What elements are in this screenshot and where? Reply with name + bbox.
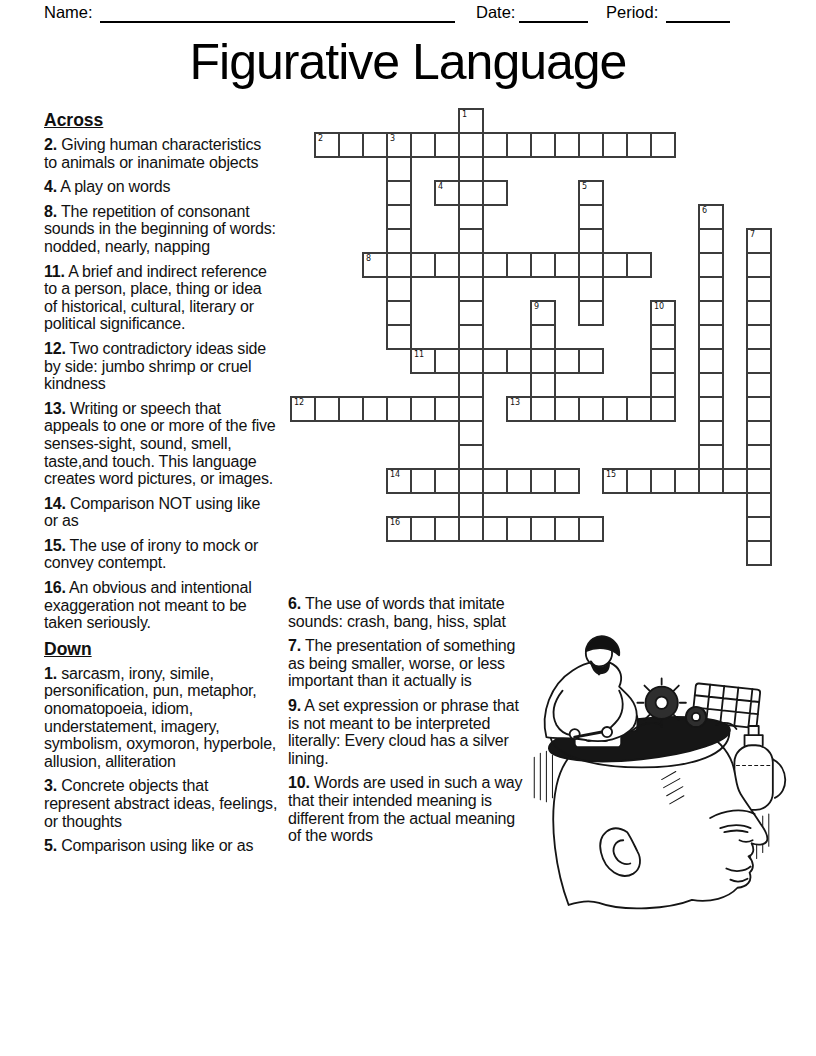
clue-across-8: 8. The repetition of consonant sounds in… — [44, 203, 278, 256]
grid-cell-r12c6[interactable] — [434, 396, 460, 422]
grid-cell-r1c1[interactable]: 2 — [314, 132, 340, 158]
grid-cell-r2c4[interactable] — [386, 156, 412, 182]
name-label: Name: — [44, 3, 93, 22]
grid-cell-r3c7[interactable] — [458, 180, 484, 206]
grid-cell-r15c10[interactable] — [530, 468, 556, 494]
grid-cell-r6c14[interactable] — [626, 252, 652, 278]
name-input-line[interactable] — [100, 7, 455, 23]
grid-cell-r9c19[interactable] — [746, 324, 772, 350]
grid-cell-r12c15[interactable] — [650, 396, 676, 422]
grid-cell-r4c7[interactable] — [458, 204, 484, 230]
grid-cell-r17c11[interactable] — [554, 516, 580, 542]
clue-down-10: 10. Words are used in such a way that th… — [288, 774, 526, 844]
grid-cell-r18c19[interactable] — [746, 540, 772, 566]
grid-cell-r12c3[interactable] — [362, 396, 388, 422]
grid-cell-r12c4[interactable] — [386, 396, 412, 422]
cell-number-8: 8 — [366, 254, 371, 263]
down-clues-col2: 6. The use of words that imitate sounds:… — [288, 595, 526, 845]
grid-cell-r15c9[interactable] — [506, 468, 532, 494]
grid-cell-r15c5[interactable] — [410, 468, 436, 494]
grid-cell-r10c6[interactable] — [434, 348, 460, 374]
grid-cell-r12c11[interactable] — [554, 396, 580, 422]
grid-cell-r7c12[interactable] — [578, 276, 604, 302]
clue-across-12: 12. Two contradictory ideas side by side… — [44, 340, 278, 393]
cell-number-4: 4 — [438, 182, 443, 191]
cell-number-2: 2 — [318, 134, 323, 143]
grid-cell-r15c18[interactable] — [722, 468, 748, 494]
grid-cell-r12c19[interactable] — [746, 396, 772, 422]
grid-cell-r14c17[interactable] — [698, 444, 724, 470]
clue-across-4: 4. A play on words — [44, 178, 278, 196]
grid-cell-r7c17[interactable] — [698, 276, 724, 302]
clue-down-7: 7. The presentation of something as bein… — [288, 637, 526, 690]
clue-across-2: 2. Giving human characteristics to anima… — [44, 136, 278, 171]
grid-cell-r10c11[interactable] — [554, 348, 580, 374]
grid-cell-r12c9[interactable]: 13 — [506, 396, 532, 422]
grid-cell-r1c12[interactable] — [578, 132, 604, 158]
grid-cell-r1c10[interactable] — [530, 132, 556, 158]
grid-cell-r10c7[interactable] — [458, 348, 484, 374]
cell-number-1: 1 — [462, 110, 467, 119]
clue-across-16: 16. An obvious and intentional exaggerat… — [44, 579, 278, 632]
cell-number-5: 5 — [582, 182, 587, 191]
grid-cell-r6c8[interactable] — [482, 252, 508, 278]
cell-number-13: 13 — [510, 398, 520, 407]
grid-cell-r6c6[interactable] — [434, 252, 460, 278]
grid-cell-r1c5[interactable] — [410, 132, 436, 158]
cell-number-6: 6 — [702, 206, 707, 215]
across-clues: 2. Giving human characteristics to anima… — [44, 136, 278, 632]
down-clues-col1: 1. sarcasm, irony, simile, personificati… — [44, 665, 278, 855]
grid-cell-r1c2[interactable] — [338, 132, 364, 158]
grid-cell-r10c9[interactable] — [506, 348, 532, 374]
grid-cell-r1c4[interactable]: 3 — [386, 132, 412, 158]
grid-cell-r12c1[interactable] — [314, 396, 340, 422]
cell-number-9: 9 — [534, 302, 539, 311]
cell-number-12: 12 — [294, 398, 304, 407]
grid-cell-r8c10[interactable]: 9 — [530, 300, 556, 326]
cell-number-15: 15 — [606, 470, 616, 479]
clue-down-3: 3. Concrete objects that represent abstr… — [44, 777, 278, 830]
grid-cell-r12c17[interactable] — [698, 396, 724, 422]
grid-cell-r5c7[interactable] — [458, 228, 484, 254]
grid-cell-r1c9[interactable] — [506, 132, 532, 158]
down-heading: Down — [44, 639, 278, 659]
period-input-line[interactable] — [666, 7, 730, 23]
grid-cell-r15c17[interactable] — [698, 468, 724, 494]
grid-cell-r1c8[interactable] — [482, 132, 508, 158]
grid-cell-r10c10[interactable] — [530, 348, 556, 374]
grid-cell-r1c3[interactable] — [362, 132, 388, 158]
grid-cell-r6c12[interactable] — [578, 252, 604, 278]
cell-number-10: 10 — [654, 302, 664, 311]
grid-cell-r10c12[interactable] — [578, 348, 604, 374]
grid-cell-r16c7[interactable] — [458, 492, 484, 518]
grid-cell-r9c17[interactable] — [698, 324, 724, 350]
grid-cell-r12c7[interactable] — [458, 396, 484, 422]
across-heading: Across — [44, 110, 278, 130]
grid-cell-r10c5[interactable]: 11 — [410, 348, 436, 374]
grid-cell-r2c7[interactable] — [458, 156, 484, 182]
grid-cell-r12c12[interactable] — [578, 396, 604, 422]
grid-cell-r12c2[interactable] — [338, 396, 364, 422]
grid-cell-r14c19[interactable] — [746, 444, 772, 470]
grid-cell-r11c19[interactable] — [746, 372, 772, 398]
grid-cell-r4c4[interactable] — [386, 204, 412, 230]
grid-cell-r6c17[interactable] — [698, 252, 724, 278]
clues-column-1: Across 2. Giving human characteristics t… — [44, 110, 278, 862]
grid-cell-r9c10[interactable] — [530, 324, 556, 350]
grid-cell-r10c19[interactable] — [746, 348, 772, 374]
grid-cell-r15c4[interactable]: 14 — [386, 468, 412, 494]
grid-cell-r10c8[interactable] — [482, 348, 508, 374]
clue-across-15: 15. The use of irony to mock or convey c… — [44, 537, 278, 572]
grid-cell-r7c4[interactable] — [386, 276, 412, 302]
grid-cell-r15c16[interactable] — [674, 468, 700, 494]
clue-across-14: 14. Comparison NOT using like or as — [44, 495, 278, 530]
worksheet-header: Name: Date: Period: — [44, 2, 784, 26]
grid-cell-r13c7[interactable] — [458, 420, 484, 446]
grid-cell-r1c11[interactable] — [554, 132, 580, 158]
clue-across-13: 13. Writing or speech that appeals to on… — [44, 400, 278, 488]
grid-cell-r7c7[interactable] — [458, 276, 484, 302]
grid-cell-r6c7[interactable] — [458, 252, 484, 278]
grid-cell-r15c19[interactable] — [746, 468, 772, 494]
period-label: Period: — [606, 3, 658, 22]
grid-cell-r16c19[interactable] — [746, 492, 772, 518]
cell-number-7: 7 — [750, 230, 755, 239]
grid-cell-r15c8[interactable] — [482, 468, 508, 494]
grid-cell-r13c17[interactable] — [698, 420, 724, 446]
clue-down-5: 5. Comparison using like or as — [44, 837, 278, 855]
grid-cell-r11c15[interactable] — [650, 372, 676, 398]
grid-cell-r12c5[interactable] — [410, 396, 436, 422]
grid-cell-r3c12[interactable]: 5 — [578, 180, 604, 206]
grid-cell-r12c10[interactable] — [530, 396, 556, 422]
grid-cell-r17c6[interactable] — [434, 516, 460, 542]
grid-cell-r6c9[interactable] — [506, 252, 532, 278]
grid-cell-r15c11[interactable] — [554, 468, 580, 494]
grid-cell-r8c12[interactable] — [578, 300, 604, 326]
grid-cell-r12c13[interactable] — [602, 396, 628, 422]
grid-cell-r1c15[interactable] — [650, 132, 676, 158]
grid-cell-r8c17[interactable] — [698, 300, 724, 326]
grid-cell-r5c17[interactable] — [698, 228, 724, 254]
grid-cell-r1c7[interactable] — [458, 132, 484, 158]
grid-cell-r15c13[interactable]: 15 — [602, 468, 628, 494]
grid-cell-r8c15[interactable]: 10 — [650, 300, 676, 326]
date-label: Date: — [476, 3, 515, 22]
grid-cell-r9c15[interactable] — [650, 324, 676, 350]
grid-cell-r5c12[interactable] — [578, 228, 604, 254]
grid-cell-r8c7[interactable] — [458, 300, 484, 326]
cell-number-16: 16 — [390, 518, 400, 527]
clue-across-11: 11. A brief and indirect reference to a … — [44, 263, 278, 333]
grid-cell-r12c14[interactable] — [626, 396, 652, 422]
clue-down-9: 9. A set expression or phrase that is no… — [288, 697, 526, 767]
grid-cell-r11c10[interactable] — [530, 372, 556, 398]
grid-cell-r6c13[interactable] — [602, 252, 628, 278]
grid-cell-r0c7[interactable]: 1 — [458, 108, 484, 134]
grid-cell-r9c7[interactable] — [458, 324, 484, 350]
grid-cell-r13c19[interactable] — [746, 420, 772, 446]
grid-cell-r17c10[interactable] — [530, 516, 556, 542]
grid-cell-r11c17[interactable] — [698, 372, 724, 398]
cell-number-11: 11 — [414, 350, 424, 359]
grid-cell-r17c7[interactable] — [458, 516, 484, 542]
grid-cell-r8c19[interactable] — [746, 300, 772, 326]
grid-cell-r3c8[interactable] — [482, 180, 508, 206]
grid-cell-r15c6[interactable] — [434, 468, 460, 494]
grid-cell-r8c4[interactable] — [386, 300, 412, 326]
grid-cell-r1c6[interactable] — [434, 132, 460, 158]
grid-cell-r5c19[interactable]: 7 — [746, 228, 772, 254]
grid-cell-r12c0[interactable]: 12 — [290, 396, 316, 422]
grid-cell-r4c17[interactable]: 6 — [698, 204, 724, 230]
grid-cell-r17c19[interactable] — [746, 516, 772, 542]
grid-cell-r14c7[interactable] — [458, 444, 484, 470]
grid-cell-r17c12[interactable] — [578, 516, 604, 542]
grid-cell-r10c17[interactable] — [698, 348, 724, 374]
date-input-line[interactable] — [519, 7, 588, 23]
clue-down-1: 1. sarcasm, irony, simile, personificati… — [44, 665, 278, 771]
clue-down-6: 6. The use of words that imitate sounds:… — [288, 595, 526, 630]
grid-cell-r1c13[interactable] — [602, 132, 628, 158]
grid-cell-r17c9[interactable] — [506, 516, 532, 542]
grid-cell-r17c8[interactable] — [482, 516, 508, 542]
grid-cell-r6c10[interactable] — [530, 252, 556, 278]
head-machinery-illustration — [510, 632, 788, 910]
grid-cell-r9c4[interactable] — [386, 324, 412, 350]
grid-cell-r6c11[interactable] — [554, 252, 580, 278]
grid-cell-r6c19[interactable] — [746, 252, 772, 278]
cell-number-3: 3 — [390, 134, 395, 143]
grid-cell-r11c7[interactable] — [458, 372, 484, 398]
grid-cell-r6c4[interactable] — [386, 252, 412, 278]
grid-cell-r3c6[interactable]: 4 — [434, 180, 460, 206]
grid-cell-r6c3[interactable]: 8 — [362, 252, 388, 278]
grid-cell-r4c12[interactable] — [578, 204, 604, 230]
grid-cell-r1c14[interactable] — [626, 132, 652, 158]
grid-cell-r6c5[interactable] — [410, 252, 436, 278]
grid-cell-r17c4[interactable]: 16 — [386, 516, 412, 542]
grid-cell-r15c14[interactable] — [626, 468, 652, 494]
grid-cell-r3c4[interactable] — [386, 180, 412, 206]
grid-cell-r17c5[interactable] — [410, 516, 436, 542]
grid-cell-r15c15[interactable] — [650, 468, 676, 494]
grid-cell-r7c19[interactable] — [746, 276, 772, 302]
page-title: Figurative Language — [0, 36, 816, 89]
cell-number-14: 14 — [390, 470, 400, 479]
grid-cell-r10c15[interactable] — [650, 348, 676, 374]
crossword-grid: 12345678910111213141516 — [290, 108, 774, 568]
grid-cell-r5c4[interactable] — [386, 228, 412, 254]
clues-column-2: 6. The use of words that imitate sounds:… — [288, 595, 526, 852]
worksheet-page: Name: Date: Period: Figurative Language … — [0, 0, 816, 1056]
mechanic-figure — [545, 636, 637, 741]
hatch-lines-left — [534, 751, 552, 802]
grid-cell-r15c7[interactable] — [458, 468, 484, 494]
